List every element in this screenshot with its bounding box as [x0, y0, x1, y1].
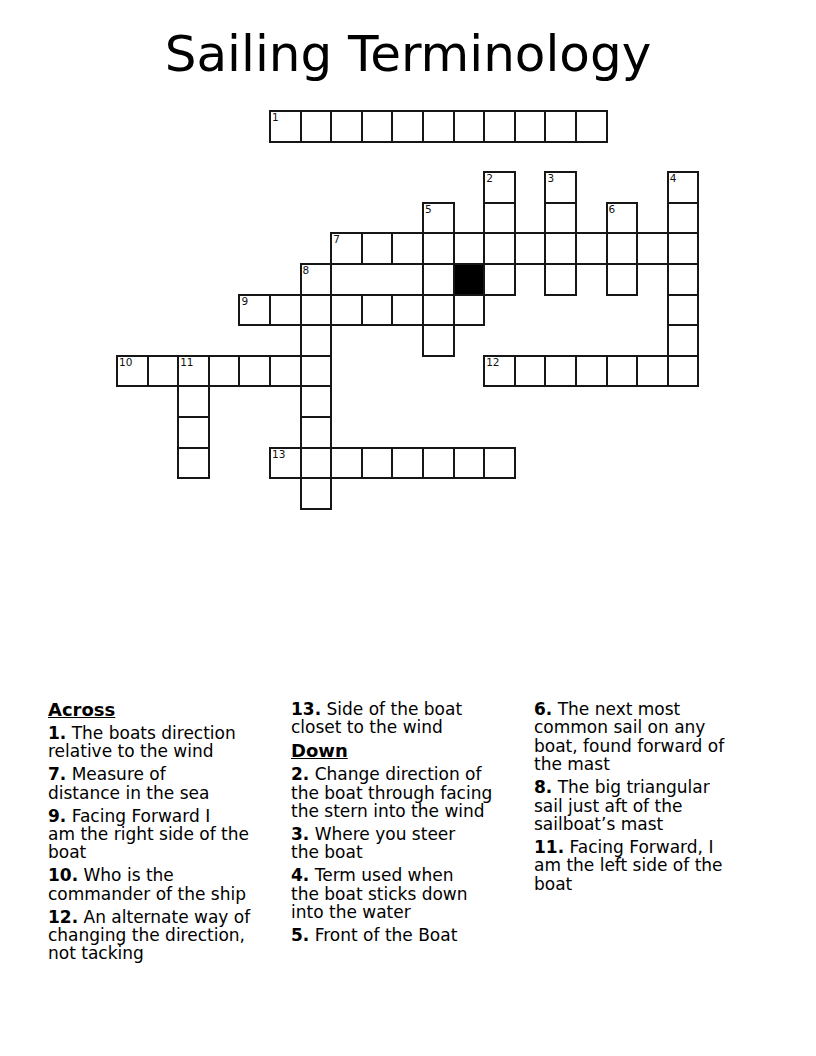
clue-number: 6. — [534, 699, 552, 719]
clues-column-right: 6. The next mostcommon sail on anyboat, … — [534, 700, 768, 898]
clues-column-left: Across1. The boats directionrelative to … — [48, 700, 282, 967]
clue-7: 7. Measure ofdistance in the sea — [48, 765, 282, 802]
clue-4: 4. Term used whenthe boat sticks downint… — [291, 866, 525, 921]
clue-number: 13. — [291, 699, 321, 719]
clues-column-middle: 13. Side of the boatcloset to the windDo… — [291, 700, 525, 949]
clue-13: 13. Side of the boatcloset to the wind — [291, 700, 525, 737]
clue-3: 3. Where you steerthe boat — [291, 825, 525, 862]
clue-number: 11. — [534, 837, 564, 857]
cell-number-2: 2 — [486, 173, 493, 184]
cell-number-5: 5 — [425, 204, 432, 215]
clue-number: 9. — [48, 806, 66, 826]
clue-number: 4. — [291, 865, 309, 885]
clue-10: 10. Who is thecommander of the ship — [48, 866, 282, 903]
clue-5: 5. Front of the Boat — [291, 926, 525, 944]
clue-8: 8. The big triangularsail just aft of th… — [534, 778, 768, 833]
clue-number: 10. — [48, 865, 78, 885]
cell-number-12: 12 — [486, 357, 499, 368]
cell-number-7: 7 — [333, 234, 340, 245]
clue-11: 11. Facing Forward, Iam the left side of… — [534, 838, 768, 893]
clue-number: 12. — [48, 907, 78, 927]
cell-number-13: 13 — [272, 449, 285, 460]
cell-number-4: 4 — [670, 173, 677, 184]
clues-down-header: Down — [291, 741, 525, 761]
clues-section: Across1. The boats directionrelative to … — [0, 0, 816, 1056]
clue-number: 5. — [291, 925, 309, 945]
clue-number: 7. — [48, 764, 66, 784]
cell-number-11: 11 — [180, 357, 193, 368]
clue-number: 8. — [534, 777, 552, 797]
cell-number-8: 8 — [303, 265, 310, 276]
cell-number-9: 9 — [241, 296, 248, 307]
clue-1: 1. The boats directionrelative to the wi… — [48, 724, 282, 761]
cell-number-1: 1 — [272, 112, 279, 123]
clue-6: 6. The next mostcommon sail on anyboat, … — [534, 700, 768, 774]
clue-number: 1. — [48, 723, 66, 743]
clues-across-header: Across — [48, 700, 282, 720]
clue-9: 9. Facing Forward Iam the right side of … — [48, 807, 282, 862]
clue-2: 2. Change direction ofthe boat through f… — [291, 765, 525, 820]
clue-12: 12. An alternate way ofchanging the dire… — [48, 908, 282, 963]
cell-number-10: 10 — [119, 357, 132, 368]
clue-number: 2. — [291, 764, 309, 784]
cell-number-6: 6 — [609, 204, 616, 215]
cell-number-3: 3 — [547, 173, 554, 184]
clue-number: 3. — [291, 824, 309, 844]
